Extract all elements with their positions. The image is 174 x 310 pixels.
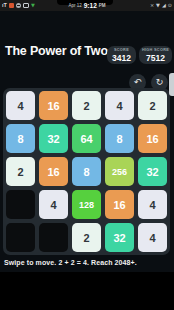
- tile-4: 4: [105, 91, 134, 120]
- high-score-value: 7512: [146, 53, 165, 63]
- tile-8: 8: [105, 124, 134, 153]
- tile-2: 2: [138, 91, 167, 120]
- tile-16: 16: [138, 124, 167, 153]
- status-time: 9:12: [84, 2, 97, 9]
- score-value: 3412: [112, 53, 131, 63]
- tile-2: 2: [72, 91, 101, 120]
- tile-128: 128: [72, 190, 101, 219]
- scrollbar-thumb[interactable]: [169, 73, 174, 96]
- game-board[interactable]: 4162428326481621682563241281642324: [3, 88, 170, 255]
- undo-icon: ↶: [134, 78, 142, 87]
- signal-icon: ◢: [162, 3, 166, 8]
- score-label: SCORE: [114, 48, 129, 52]
- tile-32: 32: [105, 223, 134, 252]
- score-badge: SCORE 3412: [107, 46, 136, 64]
- status-bar: ıT ▼ Apr 12 9:12 PM × ▼ ◢ ⊙: [0, 0, 174, 11]
- tile-4: 4: [6, 91, 35, 120]
- empty-cell: [39, 223, 68, 252]
- status-bar-system-icons: × ▼ ◢ ⊙: [150, 0, 172, 11]
- tile-16: 16: [39, 157, 68, 186]
- tile-2: 2: [72, 223, 101, 252]
- tile-2: 2: [6, 157, 35, 186]
- mute-icon: ×: [150, 3, 154, 8]
- high-score-label: HIGH SCORE: [142, 48, 169, 52]
- phone-screen: ıT ▼ Apr 12 9:12 PM × ▼ ◢ ⊙ The Power of…: [0, 0, 174, 310]
- tile-8: 8: [72, 157, 101, 186]
- tile-32: 32: [39, 124, 68, 153]
- tile-32: 32: [138, 157, 167, 186]
- data-saver-icon: ⊙: [168, 3, 172, 8]
- status-clock: Apr 12 9:12 PM: [0, 0, 174, 11]
- tile-16: 16: [39, 91, 68, 120]
- page-title: The Power of Two: [5, 44, 108, 58]
- tile-256: 256: [105, 157, 134, 186]
- tile-16: 16: [105, 190, 134, 219]
- bottom-black-area: [0, 272, 174, 310]
- tile-8: 8: [6, 124, 35, 153]
- game-area: The Power of Two SCORE 3412 HIGH SCORE 7…: [0, 11, 174, 272]
- hint-text: Swipe to move. 2 + 2 = 4. Reach 2048+.: [4, 259, 137, 266]
- empty-cell: [6, 223, 35, 252]
- status-date: Apr 12: [68, 3, 81, 8]
- tile-4: 4: [39, 190, 68, 219]
- status-meridiem: PM: [99, 3, 106, 8]
- empty-cell: [6, 190, 35, 219]
- restart-icon: ↻: [156, 78, 164, 87]
- wifi-icon: ▼: [156, 3, 160, 8]
- tile-64: 64: [72, 124, 101, 153]
- tile-4: 4: [138, 190, 167, 219]
- high-score-badge: HIGH SCORE 7512: [139, 46, 172, 64]
- tile-4: 4: [138, 223, 167, 252]
